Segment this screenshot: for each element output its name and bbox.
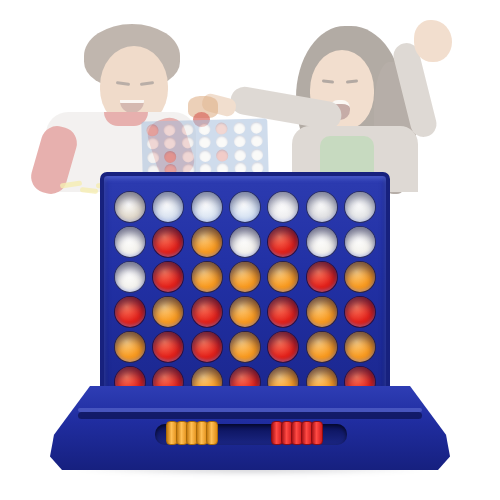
tray-orange-discs [168,421,218,445]
background-mini-board [142,120,268,178]
cell-r3-c4-orange-disc [229,261,261,293]
cell-r2-c6-empty [306,226,338,258]
mini-cell-disc [146,124,158,136]
mini-cell-empty [181,137,193,149]
mini-cell-empty [199,136,211,148]
mini-cell-disc [164,150,176,162]
cell-r1-c5-empty [267,191,299,223]
cell-r1-c4-empty [229,191,261,223]
cell-r1-c3-empty [191,191,223,223]
cell-r4-c7-red-disc [344,296,376,328]
cell-r5-c7-orange-disc [344,331,376,363]
cell-r5-c3-red-disc [191,331,223,363]
mini-cell-empty [147,151,159,163]
cell-r3-c7-orange-disc [344,261,376,293]
cell-r2-c4-empty [229,226,261,258]
mini-cell-empty [147,138,159,150]
board-base [50,386,450,470]
cell-r2-c1-empty [114,226,146,258]
cell-r3-c5-orange-disc [267,261,299,293]
cell-r3-c2-red-disc [152,261,184,293]
cell-r5-c2-red-disc [152,331,184,363]
mini-cell-empty [199,149,211,161]
mini-cell-disc [216,123,228,135]
mini-cell-empty [233,135,245,147]
table-scribble [80,187,98,194]
cell-r1-c7-empty [344,191,376,223]
cell-r3-c1-empty [114,261,146,293]
mini-cell-empty [234,149,246,161]
cell-r5-c6-orange-disc [306,331,338,363]
mini-cell-empty [250,122,262,134]
cell-r5-c4-orange-disc [229,331,261,363]
mini-board-grid [141,118,268,179]
mini-cell-empty [250,135,262,147]
mini-cell-empty [233,122,245,134]
cell-r3-c3-orange-disc [191,261,223,293]
mini-cell-empty [198,123,210,135]
tray-orange-disc [206,421,218,445]
cell-r1-c1-empty [114,191,146,223]
tray-red-disc [311,421,323,445]
mini-cell-empty [181,123,193,135]
mini-cell-empty [164,137,176,149]
connect-four-board [100,172,390,400]
cell-r5-c5-red-disc [267,331,299,363]
tray-red-discs [273,421,323,445]
cell-r1-c2-empty [152,191,184,223]
cell-r3-c6-red-disc [306,261,338,293]
cell-r4-c3-red-disc [191,296,223,328]
cell-r5-c1-orange-disc [114,331,146,363]
cell-r4-c6-orange-disc [306,296,338,328]
disc-storage-tray [155,424,347,445]
cell-r2-c5-red-disc [267,226,299,258]
mini-cell-empty [251,148,263,160]
cell-r2-c7-empty [344,226,376,258]
girl-hand-raised [414,20,452,62]
cell-r4-c1-red-disc [114,296,146,328]
cell-r4-c4-orange-disc [229,296,261,328]
cell-r1-c6-empty [306,191,338,223]
cell-r4-c2-orange-disc [152,296,184,328]
board-grid [111,189,379,399]
cell-r2-c2-red-disc [152,226,184,258]
cell-r2-c3-orange-disc [191,226,223,258]
cell-r4-c5-red-disc [267,296,299,328]
base-ridge [78,412,422,419]
mini-cell-empty [164,124,176,136]
product-photo-scene [0,0,500,500]
mini-cell-empty [216,136,228,148]
mini-cell-disc [216,149,228,161]
mini-cell-empty [182,150,194,162]
